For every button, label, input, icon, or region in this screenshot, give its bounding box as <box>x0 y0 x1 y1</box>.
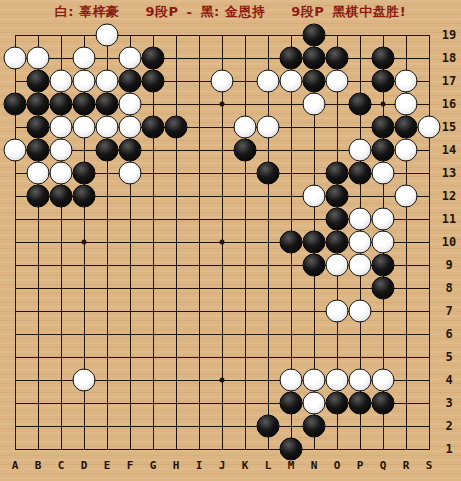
black-stone-N9[interactable] <box>303 254 326 277</box>
black-stone-M3[interactable] <box>280 392 303 415</box>
black-stone-Q14[interactable] <box>372 139 395 162</box>
white-stone-L17[interactable] <box>257 70 280 93</box>
row-label-17: 17 <box>436 73 461 89</box>
col-label-M: M <box>281 458 301 474</box>
black-stone-C12[interactable] <box>50 185 73 208</box>
black-stone-Q17[interactable] <box>372 70 395 93</box>
players-separator: - <box>187 5 193 20</box>
white-stone-C13[interactable] <box>50 162 73 185</box>
black-stone-C16[interactable] <box>50 93 73 116</box>
white-stone-C15[interactable] <box>50 116 73 139</box>
white-stone-F16[interactable] <box>119 93 142 116</box>
go-board-screen: 白: 辜梓豪 9段P - 黑: 金恩持 9段P 黑棋中盘胜! ABCDEFGHI… <box>0 0 461 481</box>
black-stone-G17[interactable] <box>142 70 165 93</box>
row-label-10: 10 <box>436 234 461 250</box>
black-stone-D12[interactable] <box>73 185 96 208</box>
row-label-3: 3 <box>436 395 461 411</box>
black-stone-N2[interactable] <box>303 415 326 438</box>
white-stone-J17[interactable] <box>211 70 234 93</box>
white-stone-Q10[interactable] <box>372 231 395 254</box>
col-label-S: S <box>419 458 439 474</box>
black-stone-N17[interactable] <box>303 70 326 93</box>
black-stone-O10[interactable] <box>326 231 349 254</box>
row-label-7: 7 <box>436 303 461 319</box>
col-label-D: D <box>74 458 94 474</box>
black-stone-L13[interactable] <box>257 162 280 185</box>
col-label-K: K <box>235 458 255 474</box>
white-stone-N4[interactable] <box>303 369 326 392</box>
col-label-J: J <box>212 458 232 474</box>
white-stone-L15[interactable] <box>257 116 280 139</box>
white-player-rank: 9段P <box>146 3 179 21</box>
row-label-19: 19 <box>436 27 461 43</box>
black-stone-B14[interactable] <box>27 139 50 162</box>
black-stone-F14[interactable] <box>119 139 142 162</box>
black-stone-O3[interactable] <box>326 392 349 415</box>
white-stone-O9[interactable] <box>326 254 349 277</box>
black-stone-Q9[interactable] <box>372 254 395 277</box>
row-label-6: 6 <box>436 326 461 342</box>
game-info-header: 白: 辜梓豪 9段P - 黑: 金恩持 9段P 黑棋中盘胜! <box>0 1 461 23</box>
black-stone-O13[interactable] <box>326 162 349 185</box>
col-label-H: H <box>166 458 186 474</box>
white-stone-O17[interactable] <box>326 70 349 93</box>
white-stone-P7[interactable] <box>349 300 372 323</box>
white-stone-A18[interactable] <box>4 47 27 70</box>
white-stone-E15[interactable] <box>96 116 119 139</box>
black-stone-E16[interactable] <box>96 93 119 116</box>
black-stone-O18[interactable] <box>326 47 349 70</box>
white-stone-D15[interactable] <box>73 116 96 139</box>
row-label-9: 9 <box>436 257 461 273</box>
black-stone-K14[interactable] <box>234 139 257 162</box>
black-stone-H15[interactable] <box>165 116 188 139</box>
white-stone-E17[interactable] <box>96 70 119 93</box>
white-stone-N12[interactable] <box>303 185 326 208</box>
col-label-E: E <box>97 458 117 474</box>
row-label-4: 4 <box>436 372 461 388</box>
white-stone-D18[interactable] <box>73 47 96 70</box>
white-stone-R14[interactable] <box>395 139 418 162</box>
black-stone-L2[interactable] <box>257 415 280 438</box>
row-label-14: 14 <box>436 142 461 158</box>
black-stone-P16[interactable] <box>349 93 372 116</box>
row-label-18: 18 <box>436 50 461 66</box>
col-label-L: L <box>258 458 278 474</box>
white-stone-R17[interactable] <box>395 70 418 93</box>
white-stone-F15[interactable] <box>119 116 142 139</box>
row-label-12: 12 <box>436 188 461 204</box>
col-label-G: G <box>143 458 163 474</box>
black-stone-O11[interactable] <box>326 208 349 231</box>
row-label-5: 5 <box>436 349 461 365</box>
col-label-C: C <box>51 458 71 474</box>
white-stone-R12[interactable] <box>395 185 418 208</box>
col-label-B: B <box>28 458 48 474</box>
row-label-15: 15 <box>436 119 461 135</box>
white-stone-N3[interactable] <box>303 392 326 415</box>
game-result: 黑棋中盘胜! <box>332 3 406 21</box>
white-stone-P11[interactable] <box>349 208 372 231</box>
row-label-1: 1 <box>436 441 461 457</box>
star-point-J4 <box>220 378 225 383</box>
col-label-R: R <box>396 458 416 474</box>
white-stone-C14[interactable] <box>50 139 73 162</box>
black-stone-B16[interactable] <box>27 93 50 116</box>
black-stone-G15[interactable] <box>142 116 165 139</box>
white-stone-A14[interactable] <box>4 139 27 162</box>
col-label-P: P <box>350 458 370 474</box>
black-stone-Q3[interactable] <box>372 392 395 415</box>
goban-grid[interactable] <box>15 35 430 450</box>
white-stone-M4[interactable] <box>280 369 303 392</box>
black-stone-Q15[interactable] <box>372 116 395 139</box>
black-stone-N10[interactable] <box>303 231 326 254</box>
white-stone-P4[interactable] <box>349 369 372 392</box>
black-player-label: 黑: 金恩持 <box>200 3 265 21</box>
black-stone-F17[interactable] <box>119 70 142 93</box>
white-stone-F13[interactable] <box>119 162 142 185</box>
black-player-rank: 9段P <box>291 3 324 21</box>
black-stone-P3[interactable] <box>349 392 372 415</box>
white-stone-O7[interactable] <box>326 300 349 323</box>
black-stone-E14[interactable] <box>96 139 119 162</box>
black-stone-M10[interactable] <box>280 231 303 254</box>
white-stone-P10[interactable] <box>349 231 372 254</box>
black-stone-R15[interactable] <box>395 116 418 139</box>
col-label-Q: Q <box>373 458 393 474</box>
col-label-O: O <box>327 458 347 474</box>
black-stone-M18[interactable] <box>280 47 303 70</box>
black-stone-B12[interactable] <box>27 185 50 208</box>
white-stone-Q4[interactable] <box>372 369 395 392</box>
black-stone-D16[interactable] <box>73 93 96 116</box>
star-point-J10 <box>220 240 225 245</box>
black-stone-A16[interactable] <box>4 93 27 116</box>
col-label-I: I <box>189 458 209 474</box>
black-stone-P13[interactable] <box>349 162 372 185</box>
white-stone-D17[interactable] <box>73 70 96 93</box>
white-stone-K15[interactable] <box>234 116 257 139</box>
col-label-F: F <box>120 458 140 474</box>
row-label-8: 8 <box>436 280 461 296</box>
star-point-Q16 <box>381 102 386 107</box>
white-stone-D4[interactable] <box>73 369 96 392</box>
col-label-N: N <box>304 458 324 474</box>
black-stone-O12[interactable] <box>326 185 349 208</box>
row-label-16: 16 <box>436 96 461 112</box>
black-stone-B15[interactable] <box>27 116 50 139</box>
star-point-D10 <box>82 240 87 245</box>
row-label-13: 13 <box>436 165 461 181</box>
white-stone-N16[interactable] <box>303 93 326 116</box>
white-stone-P14[interactable] <box>349 139 372 162</box>
black-stone-Q8[interactable] <box>372 277 395 300</box>
white-stone-B18[interactable] <box>27 47 50 70</box>
star-point-J16 <box>220 102 225 107</box>
white-stone-O4[interactable] <box>326 369 349 392</box>
white-stone-C17[interactable] <box>50 70 73 93</box>
black-stone-N18[interactable] <box>303 47 326 70</box>
white-player-label: 白: 辜梓豪 <box>55 3 120 21</box>
white-stone-P9[interactable] <box>349 254 372 277</box>
black-stone-G18[interactable] <box>142 47 165 70</box>
white-stone-Q13[interactable] <box>372 162 395 185</box>
white-stone-B13[interactable] <box>27 162 50 185</box>
white-stone-M17[interactable] <box>280 70 303 93</box>
black-stone-Q18[interactable] <box>372 47 395 70</box>
black-stone-N19[interactable] <box>303 24 326 47</box>
col-label-A: A <box>5 458 25 474</box>
white-stone-R16[interactable] <box>395 93 418 116</box>
black-stone-B17[interactable] <box>27 70 50 93</box>
white-stone-F18[interactable] <box>119 47 142 70</box>
white-stone-E19[interactable] <box>96 24 119 47</box>
white-stone-Q11[interactable] <box>372 208 395 231</box>
row-label-2: 2 <box>436 418 461 434</box>
black-stone-D13[interactable] <box>73 162 96 185</box>
row-label-11: 11 <box>436 211 461 227</box>
